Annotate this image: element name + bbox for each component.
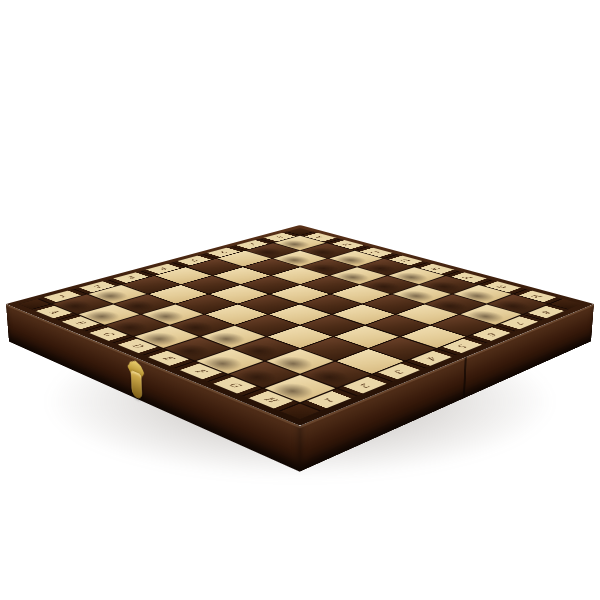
scene: ABCDEFGH8♜♞♝♛♚♝♞♜87♟♟♟♟♟♟♟♟7665544332♟♟♟… bbox=[0, 0, 600, 600]
fold-seam-side bbox=[463, 357, 467, 399]
